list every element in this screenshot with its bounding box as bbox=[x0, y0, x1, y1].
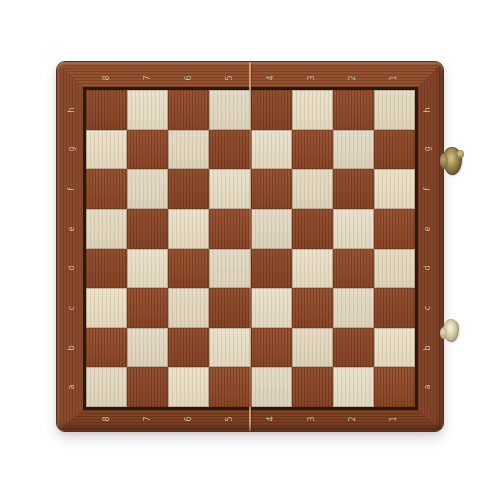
coord-label-top-1: 7 bbox=[141, 71, 155, 85]
fold-seam bbox=[249, 62, 251, 431]
square-b5 bbox=[209, 328, 250, 368]
square-b2 bbox=[333, 328, 374, 368]
square-f6 bbox=[168, 169, 209, 209]
coord-label-top-6: 2 bbox=[346, 71, 360, 85]
square-c5 bbox=[209, 288, 250, 328]
board-border-right bbox=[415, 62, 443, 431]
coord-label-left-0: h bbox=[65, 103, 79, 117]
square-b8 bbox=[86, 328, 127, 368]
square-c2 bbox=[333, 288, 374, 328]
board-border-left bbox=[57, 62, 86, 431]
coord-label-left-4: d bbox=[65, 261, 79, 275]
square-g8 bbox=[86, 130, 127, 170]
square-c1 bbox=[374, 288, 415, 328]
coord-label-right-5: c bbox=[421, 301, 435, 315]
coord-label-right-2: f bbox=[421, 182, 435, 196]
coord-label-bottom-2: 6 bbox=[182, 412, 196, 426]
square-e7 bbox=[127, 209, 168, 249]
coord-label-right-6: b bbox=[421, 341, 435, 355]
coord-label-bottom-1: 7 bbox=[141, 412, 155, 426]
square-d1 bbox=[374, 249, 415, 289]
coord-label-bottom-5: 3 bbox=[305, 412, 319, 426]
square-g3 bbox=[292, 130, 333, 170]
square-c8 bbox=[86, 288, 127, 328]
coord-label-left-3: e bbox=[65, 222, 79, 236]
coord-label-right-0: h bbox=[421, 103, 435, 117]
square-h5 bbox=[209, 90, 250, 130]
coord-label-bottom-4: 4 bbox=[264, 412, 278, 426]
square-f3 bbox=[292, 169, 333, 209]
square-a7 bbox=[127, 367, 168, 407]
square-a5 bbox=[209, 367, 250, 407]
coord-label-right-7: a bbox=[421, 380, 435, 394]
square-b1 bbox=[374, 328, 415, 368]
coord-label-left-2: f bbox=[65, 182, 79, 196]
square-a1 bbox=[374, 367, 415, 407]
square-a8 bbox=[86, 367, 127, 407]
coord-label-left-7: a bbox=[65, 380, 79, 394]
square-d6 bbox=[168, 249, 209, 289]
square-e3 bbox=[292, 209, 333, 249]
square-h1 bbox=[374, 90, 415, 130]
coord-label-top-0: 8 bbox=[100, 71, 114, 85]
square-f5 bbox=[209, 169, 250, 209]
coord-label-right-3: e bbox=[421, 222, 435, 236]
square-c3 bbox=[292, 288, 333, 328]
coord-label-top-2: 6 bbox=[182, 71, 196, 85]
square-e5 bbox=[209, 209, 250, 249]
square-a3 bbox=[292, 367, 333, 407]
square-a2 bbox=[333, 367, 374, 407]
coord-label-top-7: 1 bbox=[387, 71, 401, 85]
coord-label-bottom-6: 2 bbox=[346, 412, 360, 426]
square-g6 bbox=[168, 130, 209, 170]
square-c6 bbox=[168, 288, 209, 328]
chessboard: 88hh77gg66ff55ee44dd33cc22bb11aa bbox=[57, 62, 443, 431]
square-h6 bbox=[168, 90, 209, 130]
square-f1 bbox=[374, 169, 415, 209]
square-g1 bbox=[374, 130, 415, 170]
square-e6 bbox=[168, 209, 209, 249]
square-h7 bbox=[127, 90, 168, 130]
square-b7 bbox=[127, 328, 168, 368]
square-c7 bbox=[127, 288, 168, 328]
square-f7 bbox=[127, 169, 168, 209]
square-e1 bbox=[374, 209, 415, 249]
square-h2 bbox=[333, 90, 374, 130]
coord-label-top-4: 4 bbox=[264, 71, 278, 85]
brass-clasp-lower bbox=[443, 319, 459, 342]
square-g4 bbox=[251, 130, 292, 170]
square-e8 bbox=[86, 209, 127, 249]
square-g2 bbox=[333, 130, 374, 170]
coord-label-left-6: b bbox=[65, 341, 79, 355]
coord-label-bottom-7: 1 bbox=[387, 412, 401, 426]
coord-label-right-4: d bbox=[421, 261, 435, 275]
square-a4 bbox=[251, 367, 292, 407]
square-b3 bbox=[292, 328, 333, 368]
coord-label-top-5: 3 bbox=[305, 71, 319, 85]
photo-background: { "game": "chess", "scene": "Empty woode… bbox=[0, 0, 500, 500]
square-g7 bbox=[127, 130, 168, 170]
square-f4 bbox=[251, 169, 292, 209]
coord-label-bottom-0: 8 bbox=[100, 412, 114, 426]
square-d8 bbox=[86, 249, 127, 289]
square-d4 bbox=[251, 249, 292, 289]
square-h4 bbox=[251, 90, 292, 130]
square-b4 bbox=[251, 328, 292, 368]
coord-label-right-1: g bbox=[421, 142, 435, 156]
square-a6 bbox=[168, 367, 209, 407]
square-h3 bbox=[292, 90, 333, 130]
square-c4 bbox=[251, 288, 292, 328]
brass-clasp-upper bbox=[443, 147, 462, 175]
square-g5 bbox=[209, 130, 250, 170]
square-e4 bbox=[251, 209, 292, 249]
square-h8 bbox=[86, 90, 127, 130]
square-d3 bbox=[292, 249, 333, 289]
square-d7 bbox=[127, 249, 168, 289]
square-e2 bbox=[333, 209, 374, 249]
coord-label-bottom-3: 5 bbox=[223, 412, 237, 426]
square-d5 bbox=[209, 249, 250, 289]
square-b6 bbox=[168, 328, 209, 368]
coord-label-left-5: c bbox=[65, 301, 79, 315]
square-f2 bbox=[333, 169, 374, 209]
coord-label-left-1: g bbox=[65, 142, 79, 156]
coord-label-top-3: 5 bbox=[223, 71, 237, 85]
square-f8 bbox=[86, 169, 127, 209]
square-d2 bbox=[333, 249, 374, 289]
